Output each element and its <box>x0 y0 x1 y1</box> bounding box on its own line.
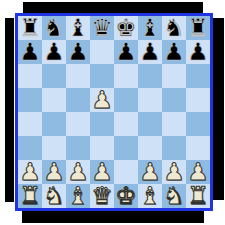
piece-white-queen-d1[interactable]: ♛ <box>91 184 113 208</box>
square-a5[interactable] <box>18 88 42 112</box>
square-b2[interactable]: ♟ <box>42 160 66 184</box>
piece-white-pawn-b2[interactable]: ♟ <box>43 160 65 184</box>
square-g2[interactable]: ♟ <box>162 160 186 184</box>
square-g6[interactable] <box>162 64 186 88</box>
board-shadow-top <box>23 2 203 13</box>
square-a7[interactable]: ♟ <box>18 40 42 64</box>
square-a4[interactable] <box>18 112 42 136</box>
square-d2[interactable]: ♟ <box>90 160 114 184</box>
square-c3[interactable] <box>66 136 90 160</box>
chess-app-window: ♜♞♝♛♚♝♞♜♟♟♟♟♟♟♟♟♟♟♟♟♟♟♟♜♞♝♛♚♝♞♜ <box>0 0 225 225</box>
square-e4[interactable] <box>114 112 138 136</box>
square-b1[interactable]: ♞ <box>42 184 66 208</box>
square-f5[interactable] <box>138 88 162 112</box>
piece-black-king-e8[interactable]: ♚ <box>115 16 137 40</box>
square-h1[interactable]: ♜ <box>186 184 210 208</box>
square-e8[interactable]: ♚ <box>114 16 138 40</box>
piece-black-pawn-h7[interactable]: ♟ <box>187 40 209 64</box>
square-f8[interactable]: ♝ <box>138 16 162 40</box>
square-d5[interactable]: ♟ <box>90 88 114 112</box>
square-f3[interactable] <box>138 136 162 160</box>
piece-white-knight-b1[interactable]: ♞ <box>43 184 65 208</box>
square-f6[interactable] <box>138 64 162 88</box>
square-g1[interactable]: ♞ <box>162 184 186 208</box>
square-g4[interactable] <box>162 112 186 136</box>
piece-white-pawn-h2[interactable]: ♟ <box>187 160 209 184</box>
piece-white-pawn-f2[interactable]: ♟ <box>139 160 161 184</box>
square-e3[interactable] <box>114 136 138 160</box>
board-shadow-bottom <box>22 211 204 223</box>
square-c4[interactable] <box>66 112 90 136</box>
square-g5[interactable] <box>162 88 186 112</box>
square-c1[interactable]: ♝ <box>66 184 90 208</box>
square-h8[interactable]: ♜ <box>186 16 210 40</box>
square-a2[interactable]: ♟ <box>18 160 42 184</box>
piece-black-knight-g8[interactable]: ♞ <box>163 16 185 40</box>
square-d8[interactable]: ♛ <box>90 16 114 40</box>
piece-black-rook-h8[interactable]: ♜ <box>187 16 209 40</box>
piece-white-bishop-c1[interactable]: ♝ <box>67 184 89 208</box>
piece-black-pawn-g7[interactable]: ♟ <box>163 40 185 64</box>
chess-board: ♜♞♝♛♚♝♞♜♟♟♟♟♟♟♟♟♟♟♟♟♟♟♟♜♞♝♛♚♝♞♜ <box>15 13 213 211</box>
square-d3[interactable] <box>90 136 114 160</box>
square-h5[interactable] <box>186 88 210 112</box>
square-a8[interactable]: ♜ <box>18 16 42 40</box>
board-grid: ♜♞♝♛♚♝♞♜♟♟♟♟♟♟♟♟♟♟♟♟♟♟♟♜♞♝♛♚♝♞♜ <box>18 16 210 208</box>
square-d4[interactable] <box>90 112 114 136</box>
piece-black-rook-a8[interactable]: ♜ <box>19 16 41 40</box>
square-f4[interactable] <box>138 112 162 136</box>
piece-white-pawn-d2[interactable]: ♟ <box>91 160 113 184</box>
square-a1[interactable]: ♜ <box>18 184 42 208</box>
square-g3[interactable] <box>162 136 186 160</box>
piece-black-pawn-f7[interactable]: ♟ <box>139 40 161 64</box>
square-g8[interactable]: ♞ <box>162 16 186 40</box>
piece-white-pawn-g2[interactable]: ♟ <box>163 160 185 184</box>
square-g7[interactable]: ♟ <box>162 40 186 64</box>
board-shadow-left <box>5 18 14 202</box>
piece-black-queen-d8[interactable]: ♛ <box>91 16 113 40</box>
square-e1[interactable]: ♚ <box>114 184 138 208</box>
piece-white-rook-a1[interactable]: ♜ <box>19 184 41 208</box>
square-e2[interactable] <box>114 160 138 184</box>
square-b4[interactable] <box>42 112 66 136</box>
piece-black-knight-b8[interactable]: ♞ <box>43 16 65 40</box>
square-h2[interactable]: ♟ <box>186 160 210 184</box>
board-shadow-right <box>213 18 224 200</box>
square-h6[interactable] <box>186 64 210 88</box>
square-d6[interactable] <box>90 64 114 88</box>
piece-white-bishop-f1[interactable]: ♝ <box>139 184 161 208</box>
square-d1[interactable]: ♛ <box>90 184 114 208</box>
square-c5[interactable] <box>66 88 90 112</box>
square-b8[interactable]: ♞ <box>42 16 66 40</box>
square-c6[interactable] <box>66 64 90 88</box>
square-b3[interactable] <box>42 136 66 160</box>
piece-white-pawn-c2[interactable]: ♟ <box>67 160 89 184</box>
square-c8[interactable]: ♝ <box>66 16 90 40</box>
square-a3[interactable] <box>18 136 42 160</box>
piece-white-pawn-d5[interactable]: ♟ <box>91 88 113 112</box>
square-e6[interactable] <box>114 64 138 88</box>
piece-black-pawn-a7[interactable]: ♟ <box>19 40 41 64</box>
piece-black-bishop-f8[interactable]: ♝ <box>139 16 161 40</box>
piece-white-king-e1[interactable]: ♚ <box>115 184 137 208</box>
piece-black-pawn-c7[interactable]: ♟ <box>67 40 89 64</box>
square-b6[interactable] <box>42 64 66 88</box>
piece-white-knight-g1[interactable]: ♞ <box>163 184 185 208</box>
square-f7[interactable]: ♟ <box>138 40 162 64</box>
square-a6[interactable] <box>18 64 42 88</box>
square-h7[interactable]: ♟ <box>186 40 210 64</box>
square-b7[interactable]: ♟ <box>42 40 66 64</box>
piece-black-bishop-c8[interactable]: ♝ <box>67 16 89 40</box>
square-c7[interactable]: ♟ <box>66 40 90 64</box>
square-b5[interactable] <box>42 88 66 112</box>
piece-black-pawn-b7[interactable]: ♟ <box>43 40 65 64</box>
square-c2[interactable]: ♟ <box>66 160 90 184</box>
square-h4[interactable] <box>186 112 210 136</box>
piece-black-pawn-e7[interactable]: ♟ <box>115 40 137 64</box>
square-f1[interactable]: ♝ <box>138 184 162 208</box>
square-d7[interactable] <box>90 40 114 64</box>
square-e7[interactable]: ♟ <box>114 40 138 64</box>
piece-white-pawn-a2[interactable]: ♟ <box>19 160 41 184</box>
square-e5[interactable] <box>114 88 138 112</box>
piece-white-rook-h1[interactable]: ♜ <box>187 184 209 208</box>
square-h3[interactable] <box>186 136 210 160</box>
square-f2[interactable]: ♟ <box>138 160 162 184</box>
